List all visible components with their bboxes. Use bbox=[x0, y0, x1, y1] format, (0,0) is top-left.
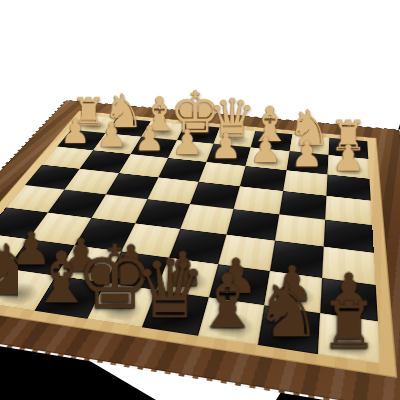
square-c3 bbox=[240, 166, 286, 191]
board-maple-margin: ♜♞♝♚♛♝♞♜♟♟♟♟♟♟♟♟♟♟♟♟♟♟♟♟♜♞♝♚♛♝♞♜ bbox=[0, 111, 397, 378]
chess-set-photo: ♜♞♝♚♛♝♞♜♟♟♟♟♟♟♟♟♟♟♟♟♟♟♟♟♜♞♝♚♛♝♞♜ bbox=[0, 0, 400, 400]
square-a8: ♜ bbox=[318, 313, 381, 364]
piece-white-pawn: ♟ bbox=[210, 128, 241, 163]
square-b2: ♟ bbox=[286, 151, 328, 174]
square-a5 bbox=[323, 220, 373, 253]
chess-board: ♜♞♝♚♛♝♞♜♟♟♟♟♟♟♟♟♟♟♟♟♟♟♟♟♜♞♝♚♛♝♞♜ bbox=[0, 100, 400, 400]
piece-black-bishop: ♝ bbox=[194, 264, 261, 339]
piece-white-pawn: ♟ bbox=[134, 121, 165, 155]
piece-white-pawn: ♟ bbox=[97, 118, 127, 152]
square-d2: ♟ bbox=[206, 144, 250, 166]
piece-white-pawn: ♟ bbox=[332, 140, 365, 176]
square-a2: ♟ bbox=[327, 155, 369, 179]
piece-white-pawn: ♟ bbox=[250, 132, 282, 167]
square-a4 bbox=[325, 196, 372, 225]
square-b8: ♞ bbox=[257, 305, 320, 354]
piece-white-pawn: ♟ bbox=[61, 114, 91, 148]
square-b5 bbox=[274, 214, 324, 246]
square-a3 bbox=[326, 174, 371, 200]
piece-black-knight: ♞ bbox=[253, 272, 321, 348]
piece-white-pawn: ♟ bbox=[291, 136, 323, 172]
piece-white-pawn: ♟ bbox=[172, 125, 203, 160]
square-d5 bbox=[180, 204, 234, 235]
square-c5 bbox=[227, 209, 279, 241]
square-d4 bbox=[190, 182, 240, 209]
playing-area-grid: ♜♞♝♚♛♝♞♜♟♟♟♟♟♟♟♟♟♟♟♟♟♟♟♟♜♞♝♚♛♝♞♜ bbox=[0, 115, 380, 364]
square-c2: ♟ bbox=[246, 148, 289, 170]
square-h5 bbox=[6, 185, 65, 213]
piece-black-rook: ♜ bbox=[320, 293, 378, 358]
square-e4 bbox=[147, 177, 198, 204]
